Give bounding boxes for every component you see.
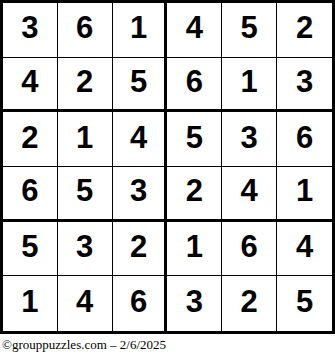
cell-r4c2: 5 <box>58 167 113 222</box>
cell-r3c6: 6 <box>277 112 332 167</box>
cell-r5c4: 1 <box>167 222 222 277</box>
cell-r1c1: 3 <box>3 3 58 58</box>
cell-r1c4: 4 <box>167 3 222 58</box>
cell-r4c5: 4 <box>222 167 277 222</box>
cell-r5c5: 6 <box>222 222 277 277</box>
cell-r5c2: 3 <box>58 222 113 277</box>
cell-r2c2: 2 <box>58 58 113 113</box>
cell-r1c3: 1 <box>113 3 168 58</box>
cell-r4c4: 2 <box>167 167 222 222</box>
cell-r1c2: 6 <box>58 3 113 58</box>
cell-r6c5: 2 <box>222 276 277 331</box>
cell-r2c3: 5 <box>113 58 168 113</box>
cell-r5c3: 2 <box>113 222 168 277</box>
cell-r4c1: 6 <box>3 167 58 222</box>
sudoku-board: 361452425613214536653241532164146325 <box>0 0 335 334</box>
cell-r3c5: 3 <box>222 112 277 167</box>
cell-r6c1: 1 <box>3 276 58 331</box>
cell-r3c3: 4 <box>113 112 168 167</box>
cell-r5c1: 5 <box>3 222 58 277</box>
cell-r6c6: 5 <box>277 276 332 331</box>
cell-r2c4: 6 <box>167 58 222 113</box>
cell-r2c1: 4 <box>3 58 58 113</box>
copyright-credit: ©grouppuzzles.com – 2/6/2025 <box>2 337 166 353</box>
cell-r3c1: 2 <box>3 112 58 167</box>
cell-r1c6: 2 <box>277 3 332 58</box>
cell-r6c2: 4 <box>58 276 113 331</box>
cell-r2c6: 3 <box>277 58 332 113</box>
cell-r4c6: 1 <box>277 167 332 222</box>
cell-r2c5: 1 <box>222 58 277 113</box>
cell-r6c3: 6 <box>113 276 168 331</box>
cell-r5c6: 4 <box>277 222 332 277</box>
cell-r6c4: 3 <box>167 276 222 331</box>
cell-r3c2: 1 <box>58 112 113 167</box>
cell-r4c3: 3 <box>113 167 168 222</box>
sudoku-page: 361452425613214536653241532164146325 ©gr… <box>0 0 335 357</box>
cell-r1c5: 5 <box>222 3 277 58</box>
cell-r3c4: 5 <box>167 112 222 167</box>
